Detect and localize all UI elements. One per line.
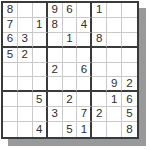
cell-r1c6[interactable] bbox=[77, 3, 92, 18]
cell-r1c2[interactable] bbox=[18, 3, 33, 18]
cell-r5c3[interactable] bbox=[33, 63, 48, 78]
cell-r3c8[interactable] bbox=[107, 33, 122, 48]
cell-r3c1[interactable]: 6 bbox=[3, 33, 18, 48]
given-digit: 2 bbox=[51, 64, 57, 76]
cell-r2c3[interactable]: 1 bbox=[33, 18, 48, 33]
cell-r2c2[interactable] bbox=[18, 18, 33, 33]
cell-r2c9[interactable] bbox=[122, 18, 137, 33]
cell-r8c6[interactable]: 7 bbox=[77, 107, 92, 122]
cell-r3c2[interactable]: 3 bbox=[18, 33, 33, 48]
cell-r1c5[interactable]: 6 bbox=[63, 3, 78, 18]
cell-r7c2[interactable] bbox=[18, 92, 33, 107]
cell-r8c2[interactable] bbox=[18, 107, 33, 122]
cell-r3c9[interactable] bbox=[122, 33, 137, 48]
cell-r5c2[interactable] bbox=[18, 63, 33, 78]
cell-r7c6[interactable] bbox=[77, 92, 92, 107]
cell-r9c8[interactable] bbox=[107, 122, 122, 137]
cell-r4c3[interactable] bbox=[33, 48, 48, 63]
given-digit: 5 bbox=[7, 49, 13, 61]
cell-r2c7[interactable] bbox=[92, 18, 107, 33]
cell-r4c1[interactable]: 5 bbox=[3, 48, 18, 63]
given-digit: 3 bbox=[51, 108, 57, 120]
given-digit: 7 bbox=[81, 108, 87, 120]
cell-r4c2[interactable]: 2 bbox=[18, 48, 33, 63]
cell-r6c3[interactable] bbox=[33, 77, 48, 92]
page: 896171846318522692521637254518 bbox=[0, 0, 150, 150]
given-digit: 2 bbox=[126, 78, 132, 90]
given-digit: 8 bbox=[7, 4, 13, 16]
cell-r1c7[interactable]: 1 bbox=[92, 3, 107, 18]
cell-r5c9[interactable] bbox=[122, 63, 137, 78]
given-digit: 4 bbox=[36, 124, 42, 136]
cell-r9c6[interactable]: 1 bbox=[77, 122, 92, 137]
given-digit: 1 bbox=[111, 94, 117, 106]
given-digit: 6 bbox=[66, 4, 72, 16]
cell-r8c1[interactable] bbox=[3, 107, 18, 122]
cell-r5c8[interactable] bbox=[107, 63, 122, 78]
cell-r6c9[interactable]: 2 bbox=[122, 77, 137, 92]
given-digit: 2 bbox=[66, 94, 72, 106]
given-digit: 1 bbox=[36, 19, 42, 31]
cell-r2c8[interactable] bbox=[107, 18, 122, 33]
given-digit: 1 bbox=[96, 4, 102, 16]
cell-r9c1[interactable] bbox=[3, 122, 18, 137]
cell-r9c5[interactable]: 5 bbox=[63, 122, 78, 137]
cell-r8c5[interactable] bbox=[63, 107, 78, 122]
cell-r1c1[interactable]: 8 bbox=[3, 3, 18, 18]
cell-r2c4[interactable]: 8 bbox=[48, 18, 63, 33]
cell-r7c1[interactable] bbox=[3, 92, 18, 107]
given-digit: 6 bbox=[7, 33, 13, 45]
cell-r5c1[interactable] bbox=[3, 63, 18, 78]
cell-r8c7[interactable]: 2 bbox=[92, 107, 107, 122]
cell-r7c4[interactable] bbox=[48, 92, 63, 107]
given-digit: 2 bbox=[22, 49, 28, 61]
cell-r9c7[interactable] bbox=[92, 122, 107, 137]
given-digit: 1 bbox=[81, 124, 87, 136]
cell-r5c7[interactable] bbox=[92, 63, 107, 78]
cell-r7c3[interactable]: 5 bbox=[33, 92, 48, 107]
cell-r3c5[interactable]: 1 bbox=[63, 33, 78, 48]
given-digit: 6 bbox=[81, 64, 87, 76]
cell-r3c7[interactable]: 8 bbox=[92, 33, 107, 48]
given-digit: 3 bbox=[22, 33, 28, 45]
cell-r1c3[interactable] bbox=[33, 3, 48, 18]
cell-r4c5[interactable] bbox=[63, 48, 78, 63]
cell-r6c1[interactable] bbox=[3, 77, 18, 92]
cell-r1c8[interactable] bbox=[107, 3, 122, 18]
cell-r8c9[interactable]: 5 bbox=[122, 107, 137, 122]
cell-r6c4[interactable] bbox=[48, 77, 63, 92]
cell-r5c6[interactable]: 6 bbox=[77, 63, 92, 78]
given-digit: 9 bbox=[111, 78, 117, 90]
cell-r7c9[interactable]: 6 bbox=[122, 92, 137, 107]
given-digit: 4 bbox=[81, 19, 87, 31]
cell-r4c9[interactable] bbox=[122, 48, 137, 63]
cell-r1c4[interactable]: 9 bbox=[48, 3, 63, 18]
cell-r2c1[interactable]: 7 bbox=[3, 18, 18, 33]
cell-r2c5[interactable] bbox=[63, 18, 78, 33]
given-digit: 8 bbox=[96, 33, 102, 45]
cell-r8c4[interactable]: 3 bbox=[48, 107, 63, 122]
cell-r6c6[interactable] bbox=[77, 77, 92, 92]
cell-r9c2[interactable] bbox=[18, 122, 33, 137]
cell-r6c2[interactable] bbox=[18, 77, 33, 92]
given-digit: 2 bbox=[96, 108, 102, 120]
given-digit: 9 bbox=[51, 4, 57, 16]
cell-r8c8[interactable] bbox=[107, 107, 122, 122]
cell-r3c4[interactable] bbox=[48, 33, 63, 48]
sudoku-board: 896171846318522692521637254518 bbox=[1, 1, 139, 139]
cell-r7c8[interactable]: 1 bbox=[107, 92, 122, 107]
cell-r3c3[interactable] bbox=[33, 33, 48, 48]
given-digit: 7 bbox=[7, 19, 13, 31]
cell-r9c3[interactable]: 4 bbox=[33, 122, 48, 137]
given-digit: 5 bbox=[36, 94, 42, 106]
cell-r9c9[interactable]: 8 bbox=[122, 122, 137, 137]
cell-r5c5[interactable] bbox=[63, 63, 78, 78]
given-digit: 5 bbox=[66, 124, 72, 136]
cell-r6c5[interactable] bbox=[63, 77, 78, 92]
given-digit: 5 bbox=[126, 108, 132, 120]
cell-r3c6[interactable] bbox=[77, 33, 92, 48]
cell-r4c7[interactable] bbox=[92, 48, 107, 63]
cell-r7c7[interactable] bbox=[92, 92, 107, 107]
cell-r1c9[interactable] bbox=[122, 3, 137, 18]
given-digit: 8 bbox=[51, 19, 57, 31]
cell-r8c3[interactable] bbox=[33, 107, 48, 122]
cell-r4c8[interactable] bbox=[107, 48, 122, 63]
cell-r4c4[interactable] bbox=[48, 48, 63, 63]
cell-r7c5[interactable]: 2 bbox=[63, 92, 78, 107]
cell-r4c6[interactable] bbox=[77, 48, 92, 63]
given-digit: 1 bbox=[66, 33, 72, 45]
given-digit: 8 bbox=[126, 124, 132, 136]
cell-r6c8[interactable]: 9 bbox=[107, 77, 122, 92]
cell-r5c4[interactable]: 2 bbox=[48, 63, 63, 78]
given-digit: 6 bbox=[126, 94, 132, 106]
cell-r9c4[interactable] bbox=[48, 122, 63, 137]
cell-r6c7[interactable] bbox=[92, 77, 107, 92]
cell-r2c6[interactable]: 4 bbox=[77, 18, 92, 33]
